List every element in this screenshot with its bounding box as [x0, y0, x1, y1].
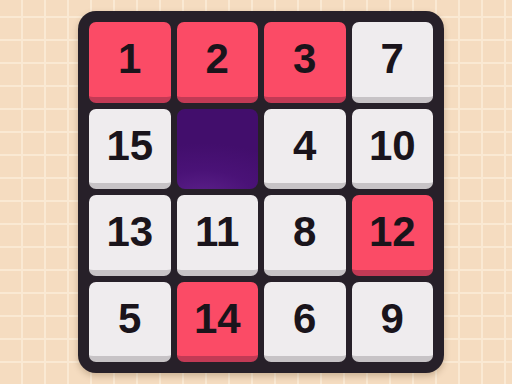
tile-number: 6 — [293, 298, 316, 340]
tile-number: 1 — [118, 38, 141, 80]
tile-number: 8 — [293, 211, 316, 253]
tile-number: 4 — [293, 125, 316, 167]
tile-number: 5 — [118, 298, 141, 340]
tile-6[interactable]: 6 — [264, 282, 346, 363]
tile-number: 9 — [381, 298, 404, 340]
tile-number: 3 — [293, 38, 316, 80]
tile-4[interactable]: 4 — [264, 109, 346, 190]
tile-8[interactable]: 8 — [264, 195, 346, 276]
tile-14[interactable]: 14 — [177, 282, 259, 363]
tile-15[interactable]: 15 — [89, 109, 171, 190]
tile-number: 2 — [206, 38, 229, 80]
tile-7[interactable]: 7 — [352, 22, 434, 103]
tile-1[interactable]: 1 — [89, 22, 171, 103]
tile-number: 10 — [369, 125, 416, 167]
tile-number: 11 — [195, 211, 239, 253]
tile-number: 7 — [381, 38, 404, 80]
tile-3[interactable]: 3 — [264, 22, 346, 103]
tile-13[interactable]: 13 — [89, 195, 171, 276]
tile-2[interactable]: 2 — [177, 22, 259, 103]
empty-cell — [177, 109, 259, 190]
tile-number: 12 — [369, 211, 416, 253]
tile-5[interactable]: 5 — [89, 282, 171, 363]
tile-12[interactable]: 12 — [352, 195, 434, 276]
tile-number: 15 — [106, 125, 153, 167]
puzzle-board: 123715410131181251469 — [78, 11, 444, 373]
tile-10[interactable]: 10 — [352, 109, 434, 190]
board-grid: 123715410131181251469 — [89, 22, 433, 362]
tile-11[interactable]: 11 — [177, 195, 259, 276]
tile-number: 14 — [194, 298, 241, 340]
tile-9[interactable]: 9 — [352, 282, 434, 363]
tile-number: 13 — [106, 211, 153, 253]
